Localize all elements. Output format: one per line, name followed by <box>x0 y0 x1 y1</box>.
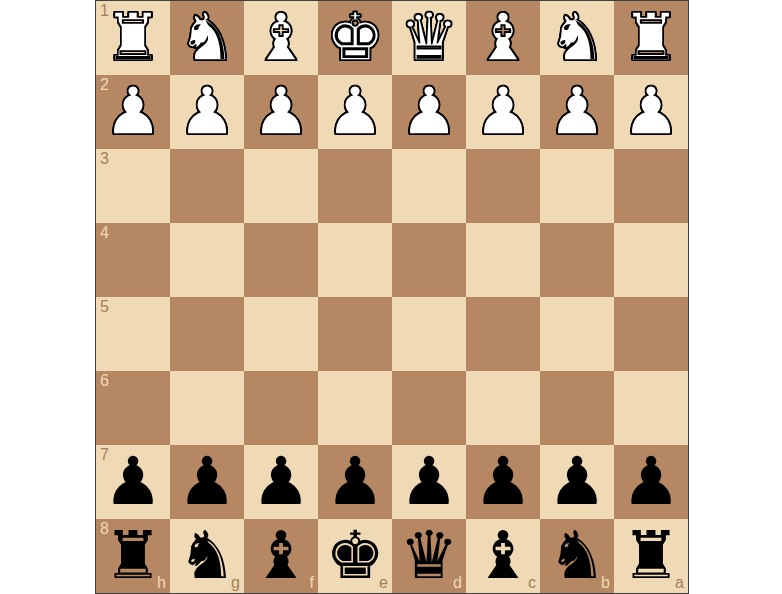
rank-label-4: 4 <box>100 225 109 241</box>
rank-label-5: 5 <box>100 299 109 315</box>
file-label-b: b <box>601 575 610 591</box>
square-e7[interactable]: ♟ <box>318 445 392 519</box>
black-knight-b8[interactable]: ♞ <box>547 519 606 593</box>
square-e1[interactable]: ♚ <box>318 1 392 75</box>
black-king-e8[interactable]: ♚ <box>325 519 384 593</box>
white-queen-d1[interactable]: ♛ <box>399 1 458 75</box>
square-h4[interactable]: 4 <box>96 223 170 297</box>
square-a7[interactable]: ♟ <box>614 445 688 519</box>
chess-board[interactable]: 1♜♞♝♚♛♝♞♜2♟♟♟♟♟♟♟♟34567♟♟♟♟♟♟♟♟8h♜g♞f♝e♚… <box>96 1 688 593</box>
square-d7[interactable]: ♟ <box>392 445 466 519</box>
chess-board-frame: 1♜♞♝♚♛♝♞♜2♟♟♟♟♟♟♟♟34567♟♟♟♟♟♟♟♟8h♜g♞f♝e♚… <box>95 0 689 594</box>
white-pawn-e2[interactable]: ♟ <box>325 75 384 149</box>
white-pawn-f2[interactable]: ♟ <box>251 75 310 149</box>
square-g4[interactable] <box>170 223 244 297</box>
square-b6[interactable] <box>540 371 614 445</box>
square-g5[interactable] <box>170 297 244 371</box>
square-f1[interactable]: ♝ <box>244 1 318 75</box>
white-knight-b1[interactable]: ♞ <box>547 1 606 75</box>
square-a8[interactable]: a♜ <box>614 519 688 593</box>
square-b5[interactable] <box>540 297 614 371</box>
white-pawn-a2[interactable]: ♟ <box>621 75 680 149</box>
square-b7[interactable]: ♟ <box>540 445 614 519</box>
square-e3[interactable] <box>318 149 392 223</box>
square-b8[interactable]: b♞ <box>540 519 614 593</box>
square-c2[interactable]: ♟ <box>466 75 540 149</box>
square-e2[interactable]: ♟ <box>318 75 392 149</box>
white-pawn-g2[interactable]: ♟ <box>177 75 236 149</box>
square-g8[interactable]: g♞ <box>170 519 244 593</box>
white-pawn-h2[interactable]: ♟ <box>103 75 162 149</box>
square-f5[interactable] <box>244 297 318 371</box>
square-b1[interactable]: ♞ <box>540 1 614 75</box>
white-pawn-b2[interactable]: ♟ <box>547 75 606 149</box>
black-bishop-c8[interactable]: ♝ <box>473 519 532 593</box>
black-rook-a8[interactable]: ♜ <box>621 519 680 593</box>
square-d2[interactable]: ♟ <box>392 75 466 149</box>
square-a5[interactable] <box>614 297 688 371</box>
square-d1[interactable]: ♛ <box>392 1 466 75</box>
square-e4[interactable] <box>318 223 392 297</box>
square-c4[interactable] <box>466 223 540 297</box>
square-b3[interactable] <box>540 149 614 223</box>
square-c1[interactable]: ♝ <box>466 1 540 75</box>
rank-label-8: 8 <box>100 521 109 537</box>
square-f6[interactable] <box>244 371 318 445</box>
square-h6[interactable]: 6 <box>96 371 170 445</box>
file-label-d: d <box>453 575 462 591</box>
square-d5[interactable] <box>392 297 466 371</box>
square-h5[interactable]: 5 <box>96 297 170 371</box>
square-e8[interactable]: e♚ <box>318 519 392 593</box>
black-pawn-a7[interactable]: ♟ <box>621 445 680 519</box>
square-a3[interactable] <box>614 149 688 223</box>
square-g7[interactable]: ♟ <box>170 445 244 519</box>
square-g6[interactable] <box>170 371 244 445</box>
black-pawn-g7[interactable]: ♟ <box>177 445 236 519</box>
square-e6[interactable] <box>318 371 392 445</box>
square-d3[interactable] <box>392 149 466 223</box>
file-label-h: h <box>157 575 166 591</box>
white-rook-a1[interactable]: ♜ <box>621 1 680 75</box>
rank-label-2: 2 <box>100 77 109 93</box>
file-label-a: a <box>675 575 684 591</box>
black-queen-d8[interactable]: ♛ <box>399 519 458 593</box>
black-pawn-e7[interactable]: ♟ <box>325 445 384 519</box>
white-king-e1[interactable]: ♚ <box>325 1 384 75</box>
square-h2[interactable]: 2♟ <box>96 75 170 149</box>
square-g2[interactable]: ♟ <box>170 75 244 149</box>
square-c3[interactable] <box>466 149 540 223</box>
square-h1[interactable]: 1♜ <box>96 1 170 75</box>
black-pawn-d7[interactable]: ♟ <box>399 445 458 519</box>
white-pawn-c2[interactable]: ♟ <box>473 75 532 149</box>
square-b2[interactable]: ♟ <box>540 75 614 149</box>
file-label-c: c <box>528 575 536 591</box>
square-e5[interactable] <box>318 297 392 371</box>
square-a1[interactable]: ♜ <box>614 1 688 75</box>
file-label-f: f <box>310 575 314 591</box>
square-a4[interactable] <box>614 223 688 297</box>
square-d8[interactable]: d♛ <box>392 519 466 593</box>
square-a6[interactable] <box>614 371 688 445</box>
square-b4[interactable] <box>540 223 614 297</box>
black-pawn-c7[interactable]: ♟ <box>473 445 532 519</box>
black-knight-g8[interactable]: ♞ <box>177 519 236 593</box>
square-f7[interactable]: ♟ <box>244 445 318 519</box>
rank-label-6: 6 <box>100 373 109 389</box>
square-c8[interactable]: c♝ <box>466 519 540 593</box>
white-bishop-c1[interactable]: ♝ <box>473 1 532 75</box>
rank-label-3: 3 <box>100 151 109 167</box>
square-d4[interactable] <box>392 223 466 297</box>
square-f2[interactable]: ♟ <box>244 75 318 149</box>
square-c7[interactable]: ♟ <box>466 445 540 519</box>
rank-label-7: 7 <box>100 447 109 463</box>
square-h8[interactable]: 8h♜ <box>96 519 170 593</box>
file-label-e: e <box>379 575 388 591</box>
black-bishop-f8[interactable]: ♝ <box>251 519 310 593</box>
black-rook-h8[interactable]: ♜ <box>103 519 162 593</box>
square-f8[interactable]: f♝ <box>244 519 318 593</box>
square-h3[interactable]: 3 <box>96 149 170 223</box>
white-knight-g1[interactable]: ♞ <box>177 1 236 75</box>
square-d6[interactable] <box>392 371 466 445</box>
square-c5[interactable] <box>466 297 540 371</box>
white-rook-h1[interactable]: ♜ <box>103 1 162 75</box>
square-f4[interactable] <box>244 223 318 297</box>
square-c6[interactable] <box>466 371 540 445</box>
square-f3[interactable] <box>244 149 318 223</box>
file-label-g: g <box>231 575 240 591</box>
square-h7[interactable]: 7♟ <box>96 445 170 519</box>
black-pawn-h7[interactable]: ♟ <box>103 445 162 519</box>
square-a2[interactable]: ♟ <box>614 75 688 149</box>
square-g3[interactable] <box>170 149 244 223</box>
black-pawn-f7[interactable]: ♟ <box>251 445 310 519</box>
white-pawn-d2[interactable]: ♟ <box>399 75 458 149</box>
black-pawn-b7[interactable]: ♟ <box>547 445 606 519</box>
square-g1[interactable]: ♞ <box>170 1 244 75</box>
white-bishop-f1[interactable]: ♝ <box>251 1 310 75</box>
rank-label-1: 1 <box>100 3 109 19</box>
